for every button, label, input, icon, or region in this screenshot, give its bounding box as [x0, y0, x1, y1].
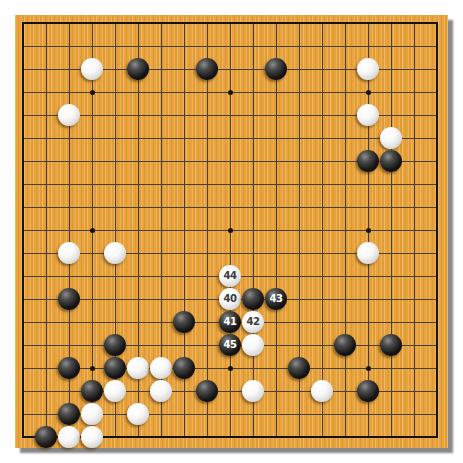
stone-black[interactable]: [380, 150, 402, 172]
star-point: [366, 90, 371, 95]
move-number-label: 40: [224, 294, 237, 304]
star-point: [228, 366, 233, 371]
stone-white[interactable]: [104, 242, 126, 264]
stone-white[interactable]: [150, 380, 172, 402]
move-number-label: 44: [224, 271, 237, 281]
star-point: [366, 228, 371, 233]
stone-white[interactable]: [357, 58, 379, 80]
star-point: [228, 228, 233, 233]
stone-black[interactable]: [334, 334, 356, 356]
star-point: [90, 90, 95, 95]
stone-black[interactable]: [35, 426, 57, 448]
stone-black[interactable]: [81, 380, 103, 402]
stone-white[interactable]: [58, 426, 80, 448]
move-number-label: 43: [270, 294, 283, 304]
stone-white[interactable]: 42: [242, 311, 264, 333]
stone-white[interactable]: [357, 242, 379, 264]
stone-black[interactable]: [196, 58, 218, 80]
go-board[interactable]: 444043414245: [15, 15, 448, 448]
stone-white[interactable]: [150, 357, 172, 379]
stone-black[interactable]: 45: [219, 334, 241, 356]
stone-black[interactable]: [58, 403, 80, 425]
stone-black[interactable]: [380, 334, 402, 356]
stone-black[interactable]: 41: [219, 311, 241, 333]
stone-white[interactable]: [242, 334, 264, 356]
stone-white[interactable]: [58, 104, 80, 126]
stone-white[interactable]: [81, 58, 103, 80]
stone-white[interactable]: [311, 380, 333, 402]
stone-white[interactable]: [104, 380, 126, 402]
stone-black[interactable]: [196, 380, 218, 402]
stone-white[interactable]: [242, 380, 264, 402]
move-number-label: 45: [224, 340, 237, 350]
stone-black[interactable]: [127, 58, 149, 80]
stone-white[interactable]: [127, 357, 149, 379]
star-point: [366, 366, 371, 371]
stone-black[interactable]: [265, 58, 287, 80]
stone-black[interactable]: [58, 288, 80, 310]
stone-black[interactable]: [357, 380, 379, 402]
star-point: [228, 90, 233, 95]
stone-white[interactable]: 40: [219, 288, 241, 310]
stone-white[interactable]: 44: [219, 265, 241, 287]
stone-white[interactable]: [58, 242, 80, 264]
stone-black[interactable]: [104, 334, 126, 356]
stone-black[interactable]: [357, 150, 379, 172]
stone-white[interactable]: [357, 104, 379, 126]
star-point: [90, 366, 95, 371]
stone-black[interactable]: [288, 357, 310, 379]
star-point: [90, 228, 95, 233]
stone-white[interactable]: [127, 403, 149, 425]
stone-white[interactable]: [380, 127, 402, 149]
stone-white[interactable]: [81, 426, 103, 448]
stone-black[interactable]: 43: [265, 288, 287, 310]
stone-black[interactable]: [58, 357, 80, 379]
stone-white[interactable]: [81, 403, 103, 425]
stone-black[interactable]: [173, 357, 195, 379]
page-background: 444043414245: [0, 0, 463, 463]
stone-black[interactable]: [242, 288, 264, 310]
move-number-label: 42: [247, 317, 260, 327]
move-number-label: 41: [224, 317, 237, 327]
stone-black[interactable]: [104, 357, 126, 379]
stone-black[interactable]: [173, 311, 195, 333]
